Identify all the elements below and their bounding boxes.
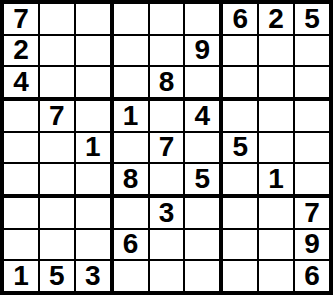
- cell-r3c8[interactable]: [259, 67, 293, 97]
- cell-r4c6[interactable]: 4: [185, 101, 219, 131]
- cell-r1c5[interactable]: [150, 4, 184, 34]
- cell-r9c5[interactable]: [150, 261, 184, 291]
- cell-r2c4[interactable]: [114, 36, 148, 66]
- cell-r2c5[interactable]: [150, 36, 184, 66]
- sudoku-box-3: 625: [223, 4, 329, 97]
- cell-r1c4[interactable]: [114, 4, 148, 34]
- cell-r9c3[interactable]: 3: [76, 261, 110, 291]
- cell-r2c3[interactable]: [76, 36, 110, 66]
- cell-r4c8[interactable]: [259, 101, 293, 131]
- cell-r3c2[interactable]: [40, 67, 74, 97]
- cell-r9c7[interactable]: [223, 261, 257, 291]
- cell-r5c9[interactable]: [295, 133, 329, 163]
- cell-r8c5[interactable]: [150, 230, 184, 260]
- cell-r4c2[interactable]: 7: [40, 101, 74, 131]
- cell-r4c3[interactable]: [76, 101, 110, 131]
- cell-r1c1[interactable]: 7: [4, 4, 38, 34]
- sudoku-box-5: 14785: [114, 101, 220, 194]
- cell-r8c4[interactable]: 6: [114, 230, 148, 260]
- cell-r2c6[interactable]: 9: [185, 36, 219, 66]
- sudoku-box-2: 98: [114, 4, 220, 97]
- cell-r4c7[interactable]: [223, 101, 257, 131]
- sudoku-box-7: 153: [4, 198, 110, 291]
- cell-r1c3[interactable]: [76, 4, 110, 34]
- cell-r5c5[interactable]: 7: [150, 133, 184, 163]
- cell-r8c7[interactable]: [223, 230, 257, 260]
- sudoku-box-1: 724: [4, 4, 110, 97]
- cell-r6c5[interactable]: [150, 164, 184, 194]
- cell-r9c4[interactable]: [114, 261, 148, 291]
- cell-r3c7[interactable]: [223, 67, 257, 97]
- sudoku-box-9: 796: [223, 198, 329, 291]
- cell-r1c2[interactable]: [40, 4, 74, 34]
- cell-r5c1[interactable]: [4, 133, 38, 163]
- cell-r3c1[interactable]: 4: [4, 67, 38, 97]
- cell-r7c5[interactable]: 3: [150, 198, 184, 228]
- sudoku-box-4: 71: [4, 101, 110, 194]
- cell-r7c8[interactable]: [259, 198, 293, 228]
- sudoku-board: 7249862571147855115336796: [0, 0, 333, 295]
- cell-r2c7[interactable]: [223, 36, 257, 66]
- cell-r6c3[interactable]: [76, 164, 110, 194]
- cell-r5c6[interactable]: [185, 133, 219, 163]
- cell-r5c7[interactable]: 5: [223, 133, 257, 163]
- cell-r8c3[interactable]: [76, 230, 110, 260]
- cell-r7c3[interactable]: [76, 198, 110, 228]
- sudoku-box-8: 36: [114, 198, 220, 291]
- cell-r6c6[interactable]: 5: [185, 164, 219, 194]
- cell-r3c5[interactable]: 8: [150, 67, 184, 97]
- cell-r4c1[interactable]: [4, 101, 38, 131]
- cell-r8c1[interactable]: [4, 230, 38, 260]
- cell-r1c9[interactable]: 5: [295, 4, 329, 34]
- cell-r6c7[interactable]: [223, 164, 257, 194]
- cell-r9c8[interactable]: [259, 261, 293, 291]
- cell-r8c2[interactable]: [40, 230, 74, 260]
- cell-r4c9[interactable]: [295, 101, 329, 131]
- cell-r9c9[interactable]: 6: [295, 261, 329, 291]
- cell-r6c8[interactable]: 1: [259, 164, 293, 194]
- cell-r9c1[interactable]: 1: [4, 261, 38, 291]
- cell-r7c9[interactable]: 7: [295, 198, 329, 228]
- cell-r3c6[interactable]: [185, 67, 219, 97]
- cell-r2c8[interactable]: [259, 36, 293, 66]
- cell-r6c2[interactable]: [40, 164, 74, 194]
- cell-r2c2[interactable]: [40, 36, 74, 66]
- cell-r3c3[interactable]: [76, 67, 110, 97]
- cell-r9c2[interactable]: 5: [40, 261, 74, 291]
- cell-r4c5[interactable]: [150, 101, 184, 131]
- cell-r7c7[interactable]: [223, 198, 257, 228]
- cell-r7c4[interactable]: [114, 198, 148, 228]
- cell-r1c8[interactable]: 2: [259, 4, 293, 34]
- cell-r6c1[interactable]: [4, 164, 38, 194]
- sudoku-box-6: 51: [223, 101, 329, 194]
- cell-r7c6[interactable]: [185, 198, 219, 228]
- cell-r5c8[interactable]: [259, 133, 293, 163]
- cell-r7c2[interactable]: [40, 198, 74, 228]
- cell-r8c6[interactable]: [185, 230, 219, 260]
- cell-r5c2[interactable]: [40, 133, 74, 163]
- cell-r6c4[interactable]: 8: [114, 164, 148, 194]
- cell-r5c3[interactable]: 1: [76, 133, 110, 163]
- cell-r7c1[interactable]: [4, 198, 38, 228]
- cell-r6c9[interactable]: [295, 164, 329, 194]
- cell-r3c4[interactable]: [114, 67, 148, 97]
- cell-r3c9[interactable]: [295, 67, 329, 97]
- cell-r2c9[interactable]: [295, 36, 329, 66]
- cell-r5c4[interactable]: [114, 133, 148, 163]
- cell-r4c4[interactable]: 1: [114, 101, 148, 131]
- cell-r1c7[interactable]: 6: [223, 4, 257, 34]
- cell-r9c6[interactable]: [185, 261, 219, 291]
- cell-r8c9[interactable]: 9: [295, 230, 329, 260]
- cell-r8c8[interactable]: [259, 230, 293, 260]
- cell-r1c6[interactable]: [185, 4, 219, 34]
- cell-r2c1[interactable]: 2: [4, 36, 38, 66]
